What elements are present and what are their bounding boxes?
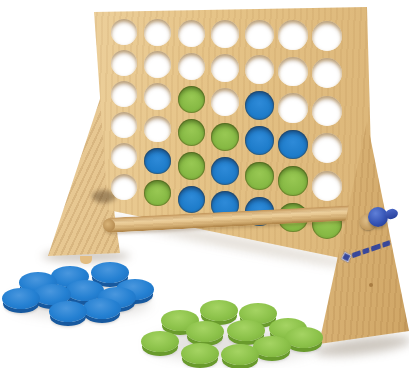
cell-c1-r2-empty (111, 143, 137, 169)
cell-c1-r6-empty (111, 19, 137, 45)
cell-c2-r6-empty (144, 19, 171, 46)
cell-c4-r5-empty (211, 54, 239, 82)
cell-c3-r4-green-disc (178, 86, 205, 113)
blue-disc-tray-pile (8, 262, 158, 324)
green-tray-disc-8 (141, 331, 179, 352)
brand-logo-text-mark (371, 243, 381, 251)
cell-c5-r2-green-disc (245, 162, 274, 191)
green-tray-disc-1 (200, 300, 238, 321)
cell-c2-r2-blue-disc (144, 148, 171, 175)
cell-c7-r6-empty (312, 21, 342, 51)
cell-c5-r5-empty (245, 55, 274, 84)
green-tray-disc-6 (186, 321, 224, 342)
cell-c2-r4-empty (144, 83, 171, 110)
cell-c3-r3-green-disc (178, 119, 205, 146)
cell-c2-r5-empty (144, 51, 171, 78)
blue-tray-disc-10 (49, 301, 87, 322)
cell-c3-r1-blue-disc (178, 186, 205, 213)
cell-c5-r3-blue-disc (245, 126, 274, 155)
green-tray-disc-11 (221, 344, 259, 365)
cell-c3-r6-empty (178, 20, 205, 47)
cell-c5-r6-empty (245, 20, 274, 49)
support-screw-dot (369, 283, 373, 287)
cell-c4-r2-blue-disc (211, 157, 239, 185)
cell-c4-r6-empty (211, 20, 239, 48)
connect-four-product-photo (0, 0, 409, 368)
green-tray-disc-10 (181, 343, 219, 364)
cell-c6-r2-green-disc (278, 166, 308, 196)
blue-tray-disc-8 (2, 288, 40, 309)
cell-c7-r2-empty (312, 171, 342, 201)
cell-c6-r5-empty (278, 57, 308, 87)
cell-c1-r1-empty (111, 174, 137, 200)
cell-c7-r4-empty (312, 96, 342, 126)
brand-logo-text-mark (362, 247, 369, 254)
cell-c6-r3-blue-disc (278, 130, 308, 160)
brand-logo-text-mark (352, 250, 361, 258)
blue-tray-disc-9 (83, 298, 121, 319)
rod-left-end (103, 218, 116, 232)
cell-c4-r4-empty (211, 88, 239, 116)
cell-c4-r3-green-disc (211, 123, 239, 151)
brand-logo-diamond-icon (341, 252, 352, 263)
cell-c7-r5-empty (312, 58, 342, 88)
cell-c5-r4-blue-disc (245, 91, 274, 120)
cell-c2-r3-empty (144, 116, 171, 143)
brand-logo-text-mark (382, 240, 390, 248)
green-disc-tray-pile (142, 300, 322, 368)
cell-c3-r5-empty (178, 53, 205, 80)
cell-c2-r1-green-disc (144, 180, 171, 207)
cell-c3-r2-green-disc (178, 152, 205, 179)
cell-c6-r6-empty (278, 20, 308, 50)
cell-c7-r3-empty (312, 133, 342, 163)
cell-c1-r4-empty (111, 81, 137, 107)
cell-c1-r3-empty (111, 112, 137, 138)
cell-c1-r5-empty (111, 50, 137, 76)
cell-c6-r4-empty (278, 93, 308, 123)
